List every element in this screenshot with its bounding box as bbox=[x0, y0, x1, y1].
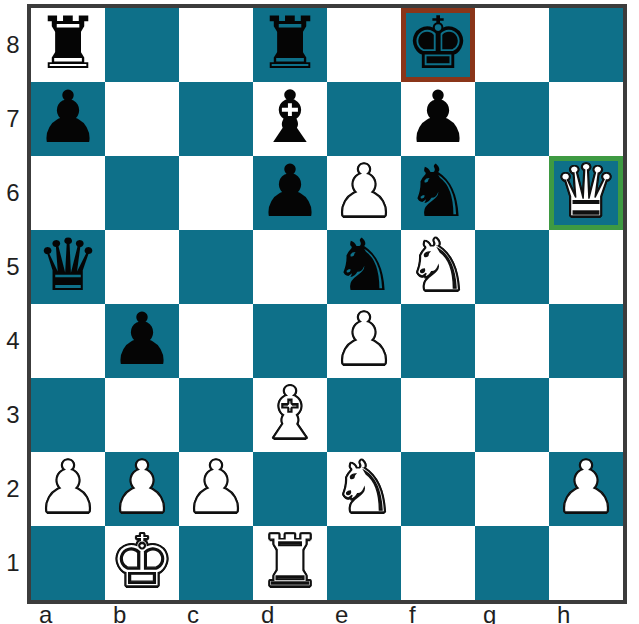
white-pawn-a2: ♟ bbox=[36, 451, 101, 523]
square-h2[interactable]: ♟ bbox=[549, 452, 623, 526]
rank-label-1: 1 bbox=[0, 526, 26, 600]
chess-diagram: 87654321 ♜♜♚♟♝♟♟♟♞♛♛♞♞♟♟♝♟♟♟♞♟♚♜ abcdefg… bbox=[0, 0, 639, 624]
square-e6[interactable]: ♟ bbox=[327, 156, 401, 230]
file-label-e: e bbox=[327, 601, 401, 624]
square-f5[interactable]: ♞ bbox=[401, 230, 475, 304]
rank-label-7: 7 bbox=[0, 82, 26, 156]
square-h8[interactable] bbox=[549, 8, 623, 82]
square-e8[interactable] bbox=[327, 8, 401, 82]
square-f8[interactable]: ♚ bbox=[401, 8, 475, 82]
square-f6[interactable]: ♞ bbox=[401, 156, 475, 230]
square-f3[interactable] bbox=[401, 378, 475, 452]
white-pawn-h2: ♟ bbox=[554, 451, 619, 523]
rank-label-5: 5 bbox=[0, 230, 26, 304]
square-b4[interactable]: ♟ bbox=[105, 304, 179, 378]
white-pawn-e4: ♟ bbox=[332, 303, 397, 375]
square-a5[interactable]: ♛ bbox=[31, 230, 105, 304]
square-g3[interactable] bbox=[475, 378, 549, 452]
white-pawn-c2: ♟ bbox=[184, 451, 249, 523]
file-label-d: d bbox=[253, 601, 327, 624]
square-g1[interactable] bbox=[475, 526, 549, 600]
white-king-b1: ♚ bbox=[110, 525, 175, 597]
white-queen-h6: ♛ bbox=[554, 155, 619, 227]
square-g7[interactable] bbox=[475, 82, 549, 156]
rank-label-3: 3 bbox=[0, 378, 26, 452]
square-d1[interactable]: ♜ bbox=[253, 526, 327, 600]
square-c7[interactable] bbox=[179, 82, 253, 156]
square-g6[interactable] bbox=[475, 156, 549, 230]
square-a8[interactable]: ♜ bbox=[31, 8, 105, 82]
square-e7[interactable] bbox=[327, 82, 401, 156]
black-bishop-d7: ♝ bbox=[258, 81, 323, 153]
chess-board: ♜♜♚♟♝♟♟♟♞♛♛♞♞♟♟♝♟♟♟♞♟♚♜ bbox=[27, 4, 627, 604]
rank-label-2: 2 bbox=[0, 452, 26, 526]
black-pawn-b4: ♟ bbox=[110, 303, 175, 375]
square-a7[interactable]: ♟ bbox=[31, 82, 105, 156]
square-b1[interactable]: ♚ bbox=[105, 526, 179, 600]
square-d6[interactable]: ♟ bbox=[253, 156, 327, 230]
file-label-c: c bbox=[179, 601, 253, 624]
rank-label-6: 6 bbox=[0, 156, 26, 230]
square-c5[interactable] bbox=[179, 230, 253, 304]
square-h4[interactable] bbox=[549, 304, 623, 378]
black-king-f8: ♚ bbox=[406, 7, 471, 79]
square-c2[interactable]: ♟ bbox=[179, 452, 253, 526]
square-c1[interactable] bbox=[179, 526, 253, 600]
file-label-b: b bbox=[105, 601, 179, 624]
square-b8[interactable] bbox=[105, 8, 179, 82]
square-a4[interactable] bbox=[31, 304, 105, 378]
square-h7[interactable] bbox=[549, 82, 623, 156]
white-knight-e2: ♞ bbox=[332, 451, 397, 523]
white-knight-f5: ♞ bbox=[406, 229, 471, 301]
square-d3[interactable]: ♝ bbox=[253, 378, 327, 452]
square-d2[interactable] bbox=[253, 452, 327, 526]
white-bishop-d3: ♝ bbox=[258, 377, 323, 449]
square-a3[interactable] bbox=[31, 378, 105, 452]
square-c8[interactable] bbox=[179, 8, 253, 82]
square-b2[interactable]: ♟ bbox=[105, 452, 179, 526]
square-d5[interactable] bbox=[253, 230, 327, 304]
black-pawn-f7: ♟ bbox=[406, 81, 471, 153]
square-g2[interactable] bbox=[475, 452, 549, 526]
square-d7[interactable]: ♝ bbox=[253, 82, 327, 156]
black-queen-a5: ♛ bbox=[36, 229, 101, 301]
rank-labels: 87654321 bbox=[0, 8, 26, 600]
square-g5[interactable] bbox=[475, 230, 549, 304]
file-label-h: h bbox=[549, 601, 623, 624]
square-b5[interactable] bbox=[105, 230, 179, 304]
file-labels: abcdefgh bbox=[31, 601, 623, 624]
square-f1[interactable] bbox=[401, 526, 475, 600]
black-knight-f6: ♞ bbox=[406, 155, 471, 227]
square-a2[interactable]: ♟ bbox=[31, 452, 105, 526]
square-c6[interactable] bbox=[179, 156, 253, 230]
square-h3[interactable] bbox=[549, 378, 623, 452]
square-h6[interactable]: ♛ bbox=[549, 156, 623, 230]
white-pawn-e6: ♟ bbox=[332, 155, 397, 227]
black-rook-a8: ♜ bbox=[36, 7, 101, 79]
square-h1[interactable] bbox=[549, 526, 623, 600]
square-e3[interactable] bbox=[327, 378, 401, 452]
black-knight-e5: ♞ bbox=[332, 229, 397, 301]
rank-label-4: 4 bbox=[0, 304, 26, 378]
file-label-g: g bbox=[475, 601, 549, 624]
file-label-a: a bbox=[31, 601, 105, 624]
square-d8[interactable]: ♜ bbox=[253, 8, 327, 82]
square-b6[interactable] bbox=[105, 156, 179, 230]
square-h5[interactable] bbox=[549, 230, 623, 304]
file-label-f: f bbox=[401, 601, 475, 624]
square-a1[interactable] bbox=[31, 526, 105, 600]
square-g8[interactable] bbox=[475, 8, 549, 82]
square-e1[interactable] bbox=[327, 526, 401, 600]
square-b3[interactable] bbox=[105, 378, 179, 452]
black-pawn-d6: ♟ bbox=[258, 155, 323, 227]
square-d4[interactable] bbox=[253, 304, 327, 378]
square-a6[interactable] bbox=[31, 156, 105, 230]
square-e5[interactable]: ♞ bbox=[327, 230, 401, 304]
square-f2[interactable] bbox=[401, 452, 475, 526]
white-rook-d1: ♜ bbox=[258, 525, 323, 597]
square-c3[interactable] bbox=[179, 378, 253, 452]
square-e2[interactable]: ♞ bbox=[327, 452, 401, 526]
square-e4[interactable]: ♟ bbox=[327, 304, 401, 378]
square-g4[interactable] bbox=[475, 304, 549, 378]
rank-label-8: 8 bbox=[0, 8, 26, 82]
square-c4[interactable] bbox=[179, 304, 253, 378]
black-rook-d8: ♜ bbox=[258, 7, 323, 79]
square-b7[interactable] bbox=[105, 82, 179, 156]
white-pawn-b2: ♟ bbox=[110, 451, 175, 523]
square-f4[interactable] bbox=[401, 304, 475, 378]
black-pawn-a7: ♟ bbox=[36, 81, 101, 153]
square-f7[interactable]: ♟ bbox=[401, 82, 475, 156]
